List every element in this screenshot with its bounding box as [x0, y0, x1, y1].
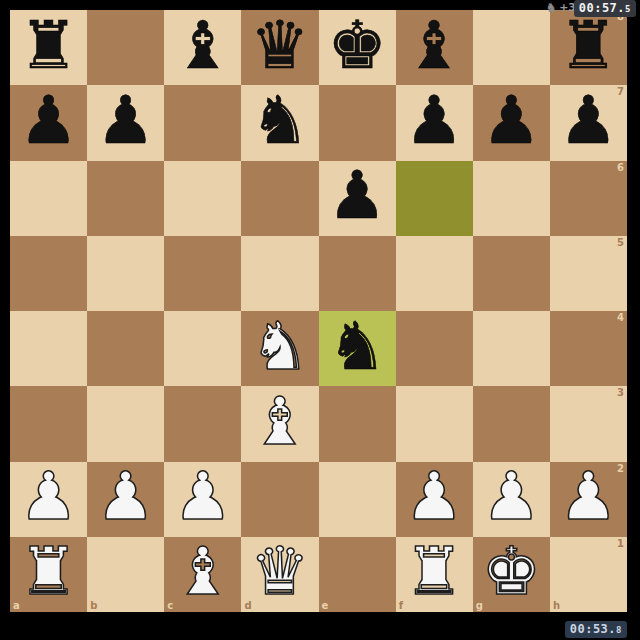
- square-h1[interactable]: h1: [550, 537, 627, 612]
- rank-label-5: 5: [617, 237, 624, 248]
- square-g6[interactable]: [473, 161, 550, 236]
- square-e4[interactable]: ♞: [319, 311, 396, 386]
- square-c4[interactable]: [164, 311, 241, 386]
- square-f6[interactable]: [396, 161, 473, 236]
- square-e3[interactable]: [319, 386, 396, 461]
- square-d4[interactable]: ♞: [241, 311, 318, 386]
- white-rook[interactable]: ♜: [405, 539, 464, 605]
- black-pawn[interactable]: ♟: [559, 88, 618, 154]
- rank-label-6: 6: [617, 162, 624, 173]
- square-c2[interactable]: ♟: [164, 462, 241, 537]
- square-h2[interactable]: 2♟: [550, 462, 627, 537]
- square-d5[interactable]: [241, 236, 318, 311]
- black-rook[interactable]: ♜: [559, 13, 618, 79]
- white-queen[interactable]: ♛: [250, 539, 309, 605]
- square-c1[interactable]: c♝: [164, 537, 241, 612]
- square-g7[interactable]: ♟: [473, 85, 550, 160]
- material-indicator: ♞ +3: [545, 0, 576, 15]
- square-a2[interactable]: ♟: [10, 462, 87, 537]
- square-c3[interactable]: [164, 386, 241, 461]
- white-king[interactable]: ♚: [482, 539, 541, 605]
- black-knight[interactable]: ♞: [250, 88, 309, 154]
- square-e6[interactable]: ♟: [319, 161, 396, 236]
- square-b4[interactable]: [87, 311, 164, 386]
- square-e7[interactable]: [319, 85, 396, 160]
- square-a5[interactable]: [10, 236, 87, 311]
- square-e5[interactable]: [319, 236, 396, 311]
- top-clock-tenths: 5: [625, 4, 631, 14]
- square-f2[interactable]: ♟: [396, 462, 473, 537]
- square-h4[interactable]: 4: [550, 311, 627, 386]
- knight-icon: ♞: [545, 1, 557, 14]
- black-pawn[interactable]: ♟: [96, 88, 155, 154]
- square-f7[interactable]: ♟: [396, 85, 473, 160]
- square-d3[interactable]: ♝: [241, 386, 318, 461]
- chess-board: ♜♝♛♚♝8♜♟♟♞♟♟7♟♟65♞♞4♝3♟♟♟♟♟2♟a♜bc♝d♛ef♜g…: [10, 10, 627, 612]
- square-a4[interactable]: [10, 311, 87, 386]
- black-knight[interactable]: ♞: [327, 314, 386, 380]
- square-g3[interactable]: [473, 386, 550, 461]
- square-b7[interactable]: ♟: [87, 85, 164, 160]
- square-b8[interactable]: [87, 10, 164, 85]
- square-b5[interactable]: [87, 236, 164, 311]
- square-f8[interactable]: ♝: [396, 10, 473, 85]
- square-c6[interactable]: [164, 161, 241, 236]
- black-pawn[interactable]: ♟: [19, 88, 78, 154]
- black-pawn[interactable]: ♟: [482, 88, 541, 154]
- file-label-h: h: [553, 600, 560, 611]
- square-f5[interactable]: [396, 236, 473, 311]
- square-d1[interactable]: d♛: [241, 537, 318, 612]
- square-d2[interactable]: [241, 462, 318, 537]
- top-clock: 00:57.5: [574, 0, 636, 17]
- black-bishop[interactable]: ♝: [173, 13, 232, 79]
- white-pawn[interactable]: ♟: [19, 464, 78, 530]
- square-c7[interactable]: [164, 85, 241, 160]
- square-g4[interactable]: [473, 311, 550, 386]
- square-g2[interactable]: ♟: [473, 462, 550, 537]
- rank-label-2: 2: [617, 463, 624, 474]
- square-h8[interactable]: 8♜: [550, 10, 627, 85]
- bottom-clock-time: 00:53.: [570, 622, 616, 636]
- black-queen[interactable]: ♛: [250, 13, 309, 79]
- square-f1[interactable]: f♜: [396, 537, 473, 612]
- square-e2[interactable]: [319, 462, 396, 537]
- file-label-f: f: [399, 600, 403, 611]
- square-c5[interactable]: [164, 236, 241, 311]
- white-bishop[interactable]: ♝: [250, 389, 309, 455]
- black-king[interactable]: ♚: [327, 13, 386, 79]
- square-d6[interactable]: [241, 161, 318, 236]
- file-label-e: e: [322, 600, 329, 611]
- white-pawn[interactable]: ♟: [173, 464, 232, 530]
- white-knight[interactable]: ♞: [250, 314, 309, 380]
- black-bishop[interactable]: ♝: [405, 13, 464, 79]
- black-rook[interactable]: ♜: [19, 13, 78, 79]
- square-c8[interactable]: ♝: [164, 10, 241, 85]
- top-clock-time: 00:57.: [579, 1, 625, 15]
- white-pawn[interactable]: ♟: [405, 464, 464, 530]
- square-b1[interactable]: b: [87, 537, 164, 612]
- square-b3[interactable]: [87, 386, 164, 461]
- square-f3[interactable]: [396, 386, 473, 461]
- square-d8[interactable]: ♛: [241, 10, 318, 85]
- bottom-clock-tenths: 8: [616, 625, 622, 635]
- file-label-b: b: [90, 600, 97, 611]
- square-h5[interactable]: 5: [550, 236, 627, 311]
- square-e1[interactable]: e: [319, 537, 396, 612]
- square-f4[interactable]: [396, 311, 473, 386]
- square-g5[interactable]: [473, 236, 550, 311]
- black-pawn[interactable]: ♟: [327, 163, 386, 229]
- square-g8[interactable]: [473, 10, 550, 85]
- square-a6[interactable]: [10, 161, 87, 236]
- bottom-clock: 00:53.8: [565, 621, 627, 638]
- square-d7[interactable]: ♞: [241, 85, 318, 160]
- square-h6[interactable]: 6: [550, 161, 627, 236]
- square-g1[interactable]: g♚: [473, 537, 550, 612]
- white-bishop[interactable]: ♝: [173, 539, 232, 605]
- square-a1[interactable]: a♜: [10, 537, 87, 612]
- rank-label-7: 7: [617, 86, 624, 97]
- white-rook[interactable]: ♜: [19, 539, 78, 605]
- black-pawn[interactable]: ♟: [405, 88, 464, 154]
- square-b6[interactable]: [87, 161, 164, 236]
- square-a3[interactable]: [10, 386, 87, 461]
- white-pawn[interactable]: ♟: [96, 464, 155, 530]
- square-h3[interactable]: 3: [550, 386, 627, 461]
- square-b2[interactable]: ♟: [87, 462, 164, 537]
- square-a7[interactable]: ♟: [10, 85, 87, 160]
- white-pawn[interactable]: ♟: [482, 464, 541, 530]
- rank-label-4: 4: [617, 312, 624, 323]
- square-h7[interactable]: 7♟: [550, 85, 627, 160]
- rank-label-3: 3: [617, 387, 624, 398]
- white-pawn[interactable]: ♟: [559, 464, 618, 530]
- square-a8[interactable]: ♜: [10, 10, 87, 85]
- square-e8[interactable]: ♚: [319, 10, 396, 85]
- rank-label-1: 1: [617, 538, 624, 549]
